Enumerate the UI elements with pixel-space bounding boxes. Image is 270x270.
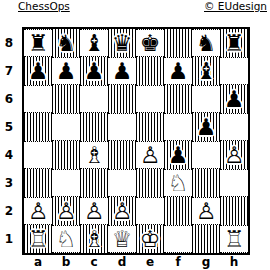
square-e8: ♚♚ (136, 29, 164, 57)
chessops-link[interactable]: ChessOps (18, 0, 70, 12)
file-label-g: g (192, 255, 220, 269)
square-g8: ♞♞ (192, 29, 220, 57)
piece-glyph: ♖ (220, 225, 248, 253)
black-pawn: ♟♟ (164, 141, 192, 169)
square-c6 (80, 85, 108, 113)
piece-glyph: ♗ (80, 225, 108, 253)
square-c1: ♝♗ (80, 225, 108, 253)
white-pawn: ♟♙ (24, 197, 52, 225)
square-g2: ♟♙ (192, 197, 220, 225)
white-king: ♚♔ (136, 225, 164, 253)
rank-label-5: 5 (0, 113, 18, 141)
piece-glyph: ♟ (24, 57, 52, 85)
piece-glyph: ♟ (52, 57, 80, 85)
black-bishop: ♝♝ (80, 29, 108, 57)
piece-glyph: ♙ (220, 141, 248, 169)
eudesign-credit-link[interactable]: © EUdesign (204, 0, 267, 12)
square-d7: ♟♟ (108, 57, 136, 85)
square-d2: ♟♙ (108, 197, 136, 225)
square-h2 (220, 197, 248, 225)
piece-glyph: ♔ (136, 225, 164, 253)
piece-glyph: ♗ (80, 141, 108, 169)
piece-glyph: ♚ (136, 29, 164, 57)
square-b3 (52, 169, 80, 197)
square-b7: ♟♟ (52, 57, 80, 85)
black-pawn: ♟♟ (24, 57, 52, 85)
square-f8 (164, 29, 192, 57)
file-label-b: b (52, 255, 80, 269)
square-b2: ♟♙ (52, 197, 80, 225)
square-b8: ♞♞ (52, 29, 80, 57)
square-b5 (52, 113, 80, 141)
square-c8: ♝♝ (80, 29, 108, 57)
piece-glyph: ♟ (192, 113, 220, 141)
black-rook: ♜♜ (24, 29, 52, 57)
square-d4 (108, 141, 136, 169)
square-g1 (192, 225, 220, 253)
white-pawn: ♟♙ (108, 197, 136, 225)
rank-label-2: 2 (0, 197, 18, 225)
white-pawn: ♟♙ (52, 197, 80, 225)
square-d3 (108, 169, 136, 197)
square-g5: ♟♟ (192, 113, 220, 141)
square-a5 (24, 113, 52, 141)
square-g3 (192, 169, 220, 197)
white-knight: ♞♘ (164, 169, 192, 197)
rank-labels: 87654321 (0, 29, 18, 253)
black-pawn: ♟♟ (220, 85, 248, 113)
white-bishop: ♝♗ (80, 141, 108, 169)
square-c7: ♟♟ (80, 57, 108, 85)
square-c4: ♝♗ (80, 141, 108, 169)
file-label-e: e (136, 255, 164, 269)
square-a6 (24, 85, 52, 113)
white-pawn: ♟♙ (220, 141, 248, 169)
white-rook: ♜♖ (24, 225, 52, 253)
white-rook: ♜♖ (220, 225, 248, 253)
square-d8: ♛♛ (108, 29, 136, 57)
white-pawn: ♟♙ (80, 197, 108, 225)
black-pawn: ♟♟ (52, 57, 80, 85)
square-g6 (192, 85, 220, 113)
square-h3 (220, 169, 248, 197)
square-f7: ♟♟ (164, 57, 192, 85)
piece-glyph: ♕ (108, 225, 136, 253)
chess-board: ♜♜♞♞♝♝♛♛♚♚♞♞♜♜♟♟♟♟♟♟♟♟♟♟♝♝♟♟♟♟♝♗♟♙♟♟♟♙♞♘… (22, 27, 250, 255)
piece-glyph: ♟ (108, 57, 136, 85)
piece-glyph: ♝ (80, 29, 108, 57)
square-a1: ♜♖ (24, 225, 52, 253)
square-b4 (52, 141, 80, 169)
piece-glyph: ♜ (24, 29, 52, 57)
file-label-d: d (108, 255, 136, 269)
square-f2 (164, 197, 192, 225)
piece-glyph: ♙ (136, 141, 164, 169)
white-queen: ♛♕ (108, 225, 136, 253)
square-d5 (108, 113, 136, 141)
white-knight: ♞♘ (52, 225, 80, 253)
square-e7 (136, 57, 164, 85)
rank-label-7: 7 (0, 57, 18, 85)
piece-glyph: ♖ (24, 225, 52, 253)
piece-glyph: ♙ (108, 197, 136, 225)
rank-label-1: 1 (0, 225, 18, 253)
square-g7: ♝♝ (192, 57, 220, 85)
square-h8: ♜♜ (220, 29, 248, 57)
square-c5 (80, 113, 108, 141)
file-label-h: h (220, 255, 248, 269)
square-a2: ♟♙ (24, 197, 52, 225)
rank-label-3: 3 (0, 169, 18, 197)
square-e6 (136, 85, 164, 113)
rank-label-4: 4 (0, 141, 18, 169)
piece-glyph: ♘ (52, 225, 80, 253)
piece-glyph: ♙ (192, 197, 220, 225)
piece-glyph: ♟ (220, 85, 248, 113)
piece-glyph: ♜ (220, 29, 248, 57)
black-pawn: ♟♟ (192, 113, 220, 141)
square-e5 (136, 113, 164, 141)
square-f3: ♞♘ (164, 169, 192, 197)
piece-glyph: ♙ (80, 197, 108, 225)
square-e1: ♚♔ (136, 225, 164, 253)
black-bishop: ♝♝ (192, 57, 220, 85)
square-c3 (80, 169, 108, 197)
piece-glyph: ♟ (80, 57, 108, 85)
square-g4 (192, 141, 220, 169)
rank-label-6: 6 (0, 85, 18, 113)
piece-glyph: ♛ (108, 29, 136, 57)
piece-glyph: ♟ (164, 141, 192, 169)
square-c2: ♟♙ (80, 197, 108, 225)
square-e3 (136, 169, 164, 197)
square-f4: ♟♟ (164, 141, 192, 169)
square-h7 (220, 57, 248, 85)
piece-glyph: ♙ (24, 197, 52, 225)
square-f6 (164, 85, 192, 113)
piece-glyph: ♙ (52, 197, 80, 225)
square-h5 (220, 113, 248, 141)
black-king: ♚♚ (136, 29, 164, 57)
square-a7: ♟♟ (24, 57, 52, 85)
black-pawn: ♟♟ (80, 57, 108, 85)
square-d6 (108, 85, 136, 113)
file-label-c: c (80, 255, 108, 269)
square-h1: ♜♖ (220, 225, 248, 253)
square-a3 (24, 169, 52, 197)
file-label-a: a (24, 255, 52, 269)
square-e4: ♟♙ (136, 141, 164, 169)
square-f1 (164, 225, 192, 253)
piece-glyph: ♞ (52, 29, 80, 57)
square-b6 (52, 85, 80, 113)
file-labels: abcdefgh (24, 255, 248, 269)
black-rook: ♜♜ (220, 29, 248, 57)
rank-label-8: 8 (0, 29, 18, 57)
file-label-f: f (164, 255, 192, 269)
black-queen: ♛♛ (108, 29, 136, 57)
white-pawn: ♟♙ (136, 141, 164, 169)
piece-glyph: ♝ (192, 57, 220, 85)
piece-glyph: ♘ (164, 169, 192, 197)
square-d1: ♛♕ (108, 225, 136, 253)
white-bishop: ♝♗ (80, 225, 108, 253)
black-knight: ♞♞ (52, 29, 80, 57)
black-pawn: ♟♟ (164, 57, 192, 85)
piece-glyph: ♟ (164, 57, 192, 85)
square-h4: ♟♙ (220, 141, 248, 169)
square-h6: ♟♟ (220, 85, 248, 113)
square-f5 (164, 113, 192, 141)
black-pawn: ♟♟ (108, 57, 136, 85)
black-knight: ♞♞ (192, 29, 220, 57)
square-a4 (24, 141, 52, 169)
square-e2 (136, 197, 164, 225)
white-pawn: ♟♙ (192, 197, 220, 225)
square-b1: ♞♘ (52, 225, 80, 253)
piece-glyph: ♞ (192, 29, 220, 57)
square-a8: ♜♜ (24, 29, 52, 57)
